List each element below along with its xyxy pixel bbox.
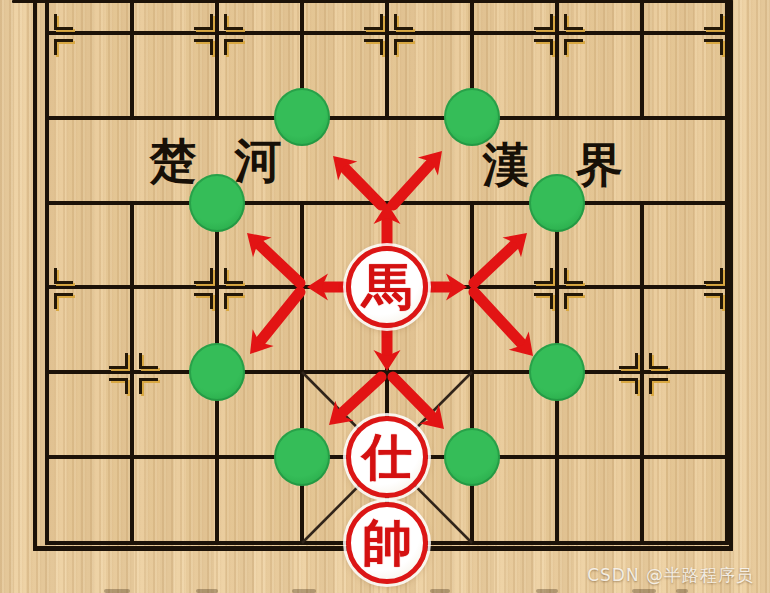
move-arrow-shaft [474, 292, 521, 343]
piece-glyph: 仕 [362, 432, 412, 482]
move-arrow-shaft [260, 245, 300, 283]
piece-red-horse[interactable]: 馬 [346, 246, 428, 328]
piece-glyph: 馬 [362, 262, 412, 312]
piece-red-advisor[interactable]: 仕 [346, 416, 428, 498]
move-arrow-shaft [393, 377, 431, 416]
move-arrow-shaft [346, 169, 381, 205]
move-arrow-shaft [261, 292, 300, 340]
move-arrow-shaft [342, 377, 381, 413]
move-arrow-shaft [474, 245, 514, 283]
csdn-watermark: CSDN @半路程序员 [587, 564, 754, 587]
piece-red-general[interactable]: 帥 [346, 502, 428, 584]
move-arrow-shaft [393, 164, 430, 205]
piece-glyph: 帥 [362, 518, 412, 568]
xiangqi-horse-move-diagram: 楚河漢界 馬仕帥 CSDN @半路程序员 [0, 0, 770, 593]
